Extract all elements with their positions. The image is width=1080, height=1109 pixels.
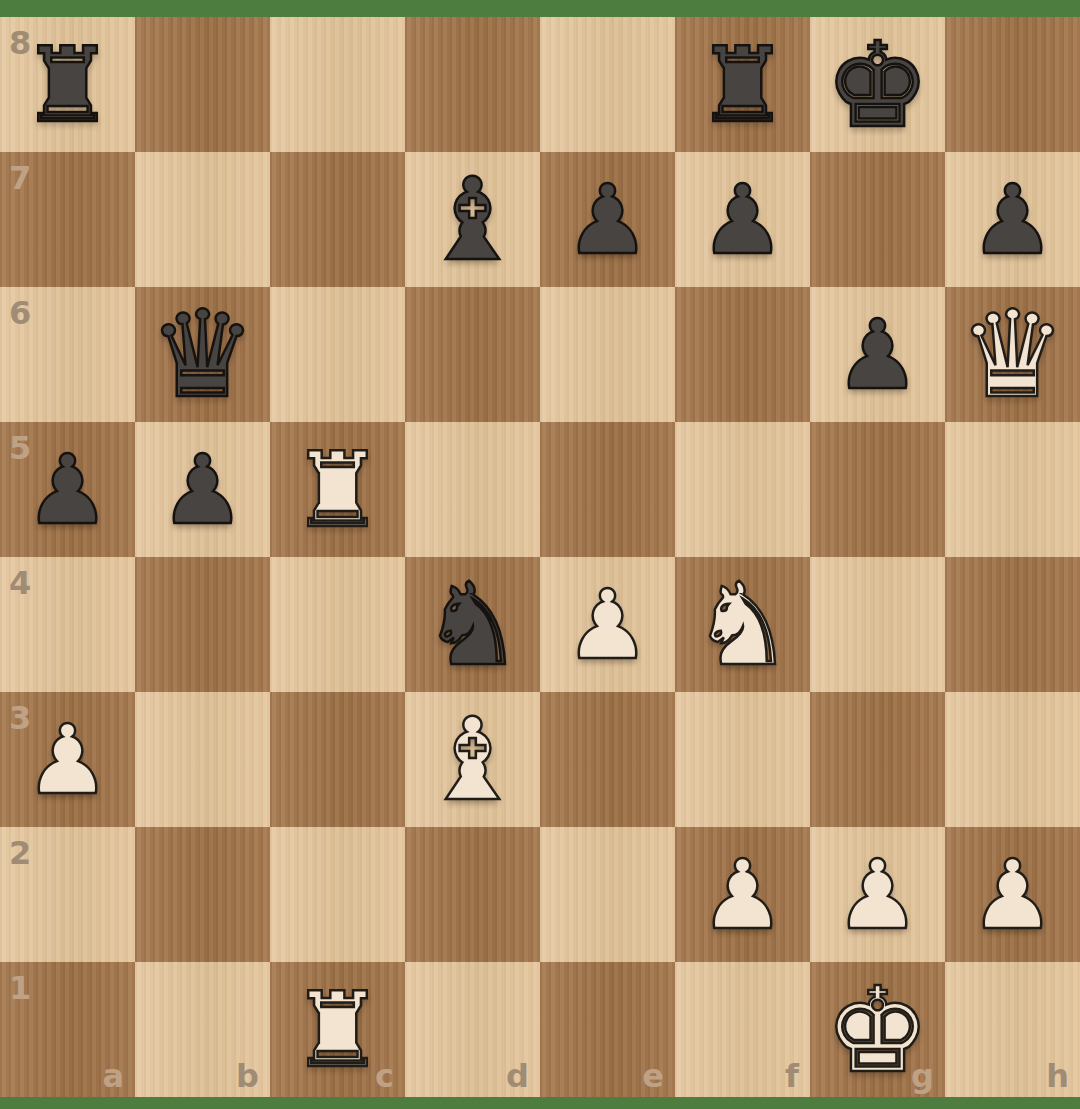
square-c5[interactable]: ♜ (270, 422, 405, 557)
square-h7[interactable]: ♟︎ (945, 152, 1080, 287)
square-c6[interactable] (270, 287, 405, 422)
white-rook-c1[interactable]: ♜ (291, 978, 384, 1082)
square-h6[interactable]: ♛ (945, 287, 1080, 422)
square-b2[interactable] (135, 827, 270, 962)
square-e2[interactable] (540, 827, 675, 962)
square-e8[interactable] (540, 17, 675, 152)
square-c2[interactable] (270, 827, 405, 962)
square-c8[interactable] (270, 17, 405, 152)
white-pawn-g2[interactable]: ♟︎ (834, 847, 920, 943)
square-d1[interactable]: d (405, 962, 540, 1097)
square-a8[interactable]: 8♜ (0, 17, 135, 152)
white-pawn-a3[interactable]: ♟︎ (24, 712, 110, 808)
square-d4[interactable]: ♞ (405, 557, 540, 692)
square-d2[interactable] (405, 827, 540, 962)
square-f6[interactable] (675, 287, 810, 422)
file-label-e: e (642, 1060, 664, 1092)
black-king-g8[interactable]: ♚ (825, 26, 931, 144)
white-rook-c5[interactable]: ♜ (291, 438, 384, 542)
black-pawn-g6[interactable]: ♟︎ (834, 307, 920, 403)
rank-label-4: 4 (9, 567, 31, 599)
board-frame-top (0, 0, 1080, 17)
square-e3[interactable] (540, 692, 675, 827)
square-e7[interactable]: ♟︎ (540, 152, 675, 287)
square-e6[interactable] (540, 287, 675, 422)
square-d8[interactable] (405, 17, 540, 152)
square-c1[interactable]: c♜ (270, 962, 405, 1097)
square-b1[interactable]: b (135, 962, 270, 1097)
white-pawn-e4[interactable]: ♟︎ (564, 577, 650, 673)
black-bishop-d7[interactable]: ♝ (421, 163, 523, 277)
rank-label-2: 2 (9, 837, 31, 869)
square-f4[interactable]: ♞ (675, 557, 810, 692)
square-g1[interactable]: g♚ (810, 962, 945, 1097)
square-b3[interactable] (135, 692, 270, 827)
square-b4[interactable] (135, 557, 270, 692)
black-pawn-h7[interactable]: ♟︎ (969, 172, 1055, 268)
square-a5[interactable]: 5♟︎ (0, 422, 135, 557)
white-pawn-h2[interactable]: ♟︎ (969, 847, 1055, 943)
black-rook-a8[interactable]: ♜ (21, 33, 114, 137)
square-c4[interactable] (270, 557, 405, 692)
file-label-d: d (506, 1060, 529, 1092)
square-g7[interactable] (810, 152, 945, 287)
square-d7[interactable]: ♝ (405, 152, 540, 287)
white-pawn-f2[interactable]: ♟︎ (699, 847, 785, 943)
square-e1[interactable]: e (540, 962, 675, 1097)
square-d6[interactable] (405, 287, 540, 422)
white-king-g1[interactable]: ♚ (825, 971, 931, 1089)
square-c3[interactable] (270, 692, 405, 827)
black-pawn-f7[interactable]: ♟︎ (699, 172, 785, 268)
square-f5[interactable] (675, 422, 810, 557)
rank-label-6: 6 (9, 297, 31, 329)
black-rook-f8[interactable]: ♜ (696, 33, 789, 137)
square-e4[interactable]: ♟︎ (540, 557, 675, 692)
square-h8[interactable] (945, 17, 1080, 152)
square-c7[interactable] (270, 152, 405, 287)
square-b8[interactable] (135, 17, 270, 152)
square-h5[interactable] (945, 422, 1080, 557)
black-queen-b6[interactable]: ♛ (149, 295, 257, 415)
square-h1[interactable]: h (945, 962, 1080, 1097)
square-d3[interactable]: ♝ (405, 692, 540, 827)
square-f3[interactable] (675, 692, 810, 827)
file-label-b: b (236, 1060, 259, 1092)
chess-board: 8♜♜♚7♝♟︎♟︎♟︎6♛♟︎♛5♟︎♟︎♜4♞♟︎♞3♟︎♝2♟︎♟︎♟︎1… (0, 17, 1080, 1097)
board-frame-bottom (0, 1097, 1080, 1109)
square-h4[interactable] (945, 557, 1080, 692)
square-b6[interactable]: ♛ (135, 287, 270, 422)
black-pawn-b5[interactable]: ♟︎ (159, 442, 245, 538)
white-knight-f4[interactable]: ♞ (691, 568, 793, 682)
square-g2[interactable]: ♟︎ (810, 827, 945, 962)
square-f2[interactable]: ♟︎ (675, 827, 810, 962)
square-a6[interactable]: 6 (0, 287, 135, 422)
black-pawn-a5[interactable]: ♟︎ (24, 442, 110, 538)
square-a4[interactable]: 4 (0, 557, 135, 692)
square-f1[interactable]: f (675, 962, 810, 1097)
rank-label-1: 1 (9, 972, 31, 1004)
square-g8[interactable]: ♚ (810, 17, 945, 152)
square-h3[interactable] (945, 692, 1080, 827)
black-knight-d4[interactable]: ♞ (421, 568, 523, 682)
square-a2[interactable]: 2 (0, 827, 135, 962)
white-bishop-d3[interactable]: ♝ (421, 703, 523, 817)
file-label-a: a (102, 1060, 124, 1092)
square-b5[interactable]: ♟︎ (135, 422, 270, 557)
square-h2[interactable]: ♟︎ (945, 827, 1080, 962)
black-pawn-e7[interactable]: ♟︎ (564, 172, 650, 268)
square-g5[interactable] (810, 422, 945, 557)
rank-label-7: 7 (9, 162, 31, 194)
file-label-h: h (1046, 1060, 1069, 1092)
square-d5[interactable] (405, 422, 540, 557)
square-a7[interactable]: 7 (0, 152, 135, 287)
square-e5[interactable] (540, 422, 675, 557)
square-a1[interactable]: 1a (0, 962, 135, 1097)
square-f7[interactable]: ♟︎ (675, 152, 810, 287)
square-g6[interactable]: ♟︎ (810, 287, 945, 422)
square-g4[interactable] (810, 557, 945, 692)
square-g3[interactable] (810, 692, 945, 827)
file-label-f: f (785, 1060, 799, 1092)
square-f8[interactable]: ♜ (675, 17, 810, 152)
white-queen-h6[interactable]: ♛ (959, 295, 1067, 415)
square-b7[interactable] (135, 152, 270, 287)
square-a3[interactable]: 3♟︎ (0, 692, 135, 827)
